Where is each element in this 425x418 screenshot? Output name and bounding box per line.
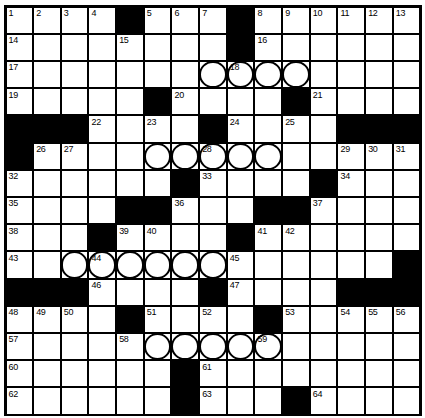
circle-marker xyxy=(171,143,199,170)
cell-r1c6[interactable]: 5 xyxy=(145,8,171,33)
cell-r10c1[interactable]: 43 xyxy=(7,252,33,277)
clue-number: 8 xyxy=(257,8,262,18)
clue-number: 49 xyxy=(36,307,45,317)
cell-r4c11-block xyxy=(283,89,309,114)
cell-r4c4[interactable] xyxy=(89,89,115,114)
circle-marker xyxy=(199,61,227,88)
cell-r5c9[interactable]: 24 xyxy=(228,116,254,141)
cell-r8c13[interactable] xyxy=(338,198,364,223)
cell-r5c12[interactable] xyxy=(311,116,337,141)
cell-r11c8-block xyxy=(200,280,226,305)
cell-r7c14[interactable] xyxy=(366,171,392,196)
cell-r1c9-block xyxy=(228,8,254,33)
cell-r5c1-block xyxy=(7,116,33,141)
cell-r2c8[interactable] xyxy=(200,35,226,60)
circle-marker xyxy=(199,251,227,278)
cell-r15c8[interactable]: 63 xyxy=(200,388,226,413)
clue-number: 3 xyxy=(64,8,69,18)
clue-number: 16 xyxy=(257,35,266,45)
cell-r3c1[interactable]: 17 xyxy=(7,62,33,87)
cell-r13c6[interactable] xyxy=(145,334,171,359)
cell-r5c3-block xyxy=(62,116,88,141)
clue-number: 6 xyxy=(174,8,179,18)
cell-r5c15-block xyxy=(394,116,420,141)
cell-r3c7[interactable] xyxy=(172,62,198,87)
cell-r8c3[interactable] xyxy=(62,198,88,223)
cell-r15c3[interactable] xyxy=(62,388,88,413)
circle-marker xyxy=(254,143,282,170)
cell-r7c2[interactable] xyxy=(34,171,60,196)
clue-number: 10 xyxy=(313,8,322,18)
cell-r13c5[interactable]: 58 xyxy=(117,334,143,359)
cell-r13c4[interactable] xyxy=(89,334,115,359)
cell-r10c11[interactable] xyxy=(283,252,309,277)
clue-number: 54 xyxy=(340,307,349,317)
cell-r12c10-block xyxy=(255,307,281,332)
cell-r15c13[interactable] xyxy=(338,388,364,413)
clue-number: 47 xyxy=(230,280,239,290)
cell-r11c7[interactable] xyxy=(172,280,198,305)
cell-r2c10[interactable]: 16 xyxy=(255,35,281,60)
cell-r3c3[interactable] xyxy=(62,62,88,87)
cell-r6c12[interactable] xyxy=(311,144,337,169)
clue-number: 18 xyxy=(230,62,239,72)
cell-r11c9[interactable]: 47 xyxy=(228,280,254,305)
cell-r1c7[interactable]: 6 xyxy=(172,8,198,33)
crossword-grid: 1234567891011121314151617181920212223242… xyxy=(4,5,422,416)
cell-r13c2[interactable] xyxy=(34,334,60,359)
cell-r2c12[interactable] xyxy=(311,35,337,60)
cell-r10c9[interactable]: 45 xyxy=(228,252,254,277)
clue-number: 30 xyxy=(368,144,377,154)
cell-r12c9[interactable] xyxy=(228,307,254,332)
cell-r15c2[interactable] xyxy=(34,388,60,413)
cell-r14c14[interactable] xyxy=(366,361,392,386)
cell-r13c13[interactable] xyxy=(338,334,364,359)
cell-r14c6[interactable] xyxy=(145,361,171,386)
cell-r6c11[interactable] xyxy=(283,144,309,169)
cell-r2c1[interactable]: 14 xyxy=(7,35,33,60)
cell-r4c15[interactable] xyxy=(394,89,420,114)
clue-number: 32 xyxy=(9,171,18,181)
clue-number: 1 xyxy=(9,8,14,18)
cell-r11c11[interactable] xyxy=(283,280,309,305)
cell-r7c12-block xyxy=(311,171,337,196)
cell-r15c6[interactable] xyxy=(145,388,171,413)
cell-r1c15[interactable]: 13 xyxy=(394,8,420,33)
cell-r6c6[interactable] xyxy=(145,144,171,169)
cell-r1c11[interactable]: 9 xyxy=(283,8,309,33)
cell-r11c4[interactable]: 46 xyxy=(89,280,115,305)
clue-number: 25 xyxy=(285,117,294,127)
cell-r1c3[interactable]: 3 xyxy=(62,8,88,33)
clue-number: 33 xyxy=(202,171,211,181)
cell-r6c3[interactable]: 27 xyxy=(62,144,88,169)
circle-marker xyxy=(171,251,199,278)
cell-r12c14[interactable]: 55 xyxy=(366,307,392,332)
cell-r4c7[interactable]: 20 xyxy=(172,89,198,114)
cell-r1c5-block xyxy=(117,8,143,33)
cell-r3c5[interactable] xyxy=(117,62,143,87)
cell-r11c3-block xyxy=(62,280,88,305)
clue-number: 14 xyxy=(9,35,18,45)
cell-r1c14[interactable]: 12 xyxy=(366,8,392,33)
cell-r8c10-block xyxy=(255,198,281,223)
cell-r7c15[interactable] xyxy=(394,171,420,196)
clue-number: 19 xyxy=(9,90,18,100)
cell-r8c12[interactable]: 37 xyxy=(311,198,337,223)
cell-r14c4[interactable] xyxy=(89,361,115,386)
cell-r9c14[interactable] xyxy=(366,225,392,250)
cell-r12c12[interactable] xyxy=(311,307,337,332)
cell-r12c6[interactable]: 51 xyxy=(145,307,171,332)
clue-number: 29 xyxy=(340,144,349,154)
clue-number: 11 xyxy=(340,8,349,18)
clue-number: 2 xyxy=(36,8,41,18)
cell-r6c1-block xyxy=(7,144,33,169)
circle-marker xyxy=(61,251,89,278)
clue-number: 15 xyxy=(119,35,128,45)
clue-number: 7 xyxy=(202,8,207,18)
cell-r3c2[interactable] xyxy=(34,62,60,87)
cell-r11c10[interactable] xyxy=(255,280,281,305)
cell-r1c10[interactable]: 8 xyxy=(255,8,281,33)
clue-number: 22 xyxy=(91,117,100,127)
cell-r7c1[interactable]: 32 xyxy=(7,171,33,196)
clue-number: 36 xyxy=(174,198,183,208)
cell-r7c5[interactable] xyxy=(117,171,143,196)
cell-r15c7-block xyxy=(172,388,198,413)
cell-r4c14[interactable] xyxy=(366,89,392,114)
clue-number: 20 xyxy=(174,90,183,100)
cell-r10c3[interactable] xyxy=(62,252,88,277)
cell-r5c6[interactable]: 23 xyxy=(145,116,171,141)
clue-number: 59 xyxy=(257,334,266,344)
clue-number: 50 xyxy=(64,307,73,317)
cell-r9c6[interactable]: 40 xyxy=(145,225,171,250)
clue-number: 43 xyxy=(9,253,18,263)
clue-number: 13 xyxy=(396,8,405,18)
cell-r2c13[interactable] xyxy=(338,35,364,60)
clue-number: 5 xyxy=(147,8,152,18)
clue-number: 53 xyxy=(285,307,294,317)
cell-r6c15[interactable]: 31 xyxy=(394,144,420,169)
clue-number: 56 xyxy=(396,307,405,317)
clue-number: 9 xyxy=(285,8,290,18)
clue-number: 41 xyxy=(257,226,266,236)
circle-marker xyxy=(144,143,172,170)
cell-r14c10[interactable] xyxy=(255,361,281,386)
cell-r8c2[interactable] xyxy=(34,198,60,223)
cell-r10c5[interactable] xyxy=(117,252,143,277)
cell-r4c3[interactable] xyxy=(62,89,88,114)
cell-r8c6-block xyxy=(145,198,171,223)
clue-number: 48 xyxy=(9,307,18,317)
cell-r7c13[interactable]: 34 xyxy=(338,171,364,196)
cell-r13c7[interactable] xyxy=(172,334,198,359)
cell-r7c9[interactable] xyxy=(228,171,254,196)
cell-r8c7[interactable]: 36 xyxy=(172,198,198,223)
cell-r12c7[interactable] xyxy=(172,307,198,332)
cell-r13c12[interactable] xyxy=(311,334,337,359)
cell-r14c15[interactable] xyxy=(394,361,420,386)
cell-r10c4[interactable]: 44 xyxy=(89,252,115,277)
clue-number: 62 xyxy=(9,389,18,399)
clue-number: 31 xyxy=(396,144,405,154)
cell-r15c10[interactable] xyxy=(255,388,281,413)
cell-r6c2[interactable]: 26 xyxy=(34,144,60,169)
cell-r5c14-block xyxy=(366,116,392,141)
cell-r4c6-block xyxy=(145,89,171,114)
cell-r12c8[interactable]: 52 xyxy=(200,307,226,332)
cell-r2c6[interactable] xyxy=(145,35,171,60)
cell-r8c14[interactable] xyxy=(366,198,392,223)
cell-r9c5[interactable]: 39 xyxy=(117,225,143,250)
cell-r7c4[interactable] xyxy=(89,171,115,196)
cell-r15c1[interactable]: 62 xyxy=(7,388,33,413)
cell-r2c9-block xyxy=(228,35,254,60)
cell-r10c2[interactable] xyxy=(34,252,60,277)
clue-number: 17 xyxy=(9,62,18,72)
cell-r14c8[interactable]: 61 xyxy=(200,361,226,386)
cell-r9c7[interactable] xyxy=(172,225,198,250)
clue-number: 60 xyxy=(9,362,18,372)
cell-r14c13[interactable] xyxy=(338,361,364,386)
cell-r14c3[interactable] xyxy=(62,361,88,386)
cell-r10c13[interactable] xyxy=(338,252,364,277)
cell-r5c13-block xyxy=(338,116,364,141)
clue-number: 46 xyxy=(91,280,100,290)
cell-r11c2-block xyxy=(34,280,60,305)
cell-r2c7[interactable] xyxy=(172,35,198,60)
clue-number: 61 xyxy=(202,362,211,372)
cell-r9c8[interactable] xyxy=(200,225,226,250)
clue-number: 34 xyxy=(340,171,349,181)
cell-r11c6[interactable] xyxy=(145,280,171,305)
cell-r8c5-block xyxy=(117,198,143,223)
cell-r4c1[interactable]: 19 xyxy=(7,89,33,114)
cell-r3c6[interactable] xyxy=(145,62,171,87)
cell-r12c4[interactable] xyxy=(89,307,115,332)
cell-r11c12[interactable] xyxy=(311,280,337,305)
cell-r4c13[interactable] xyxy=(338,89,364,114)
clue-number: 55 xyxy=(368,307,377,317)
cell-r9c9-block xyxy=(228,225,254,250)
clue-number: 52 xyxy=(202,307,211,317)
cell-r5c10[interactable] xyxy=(255,116,281,141)
cell-r2c3[interactable] xyxy=(62,35,88,60)
cell-r4c5[interactable] xyxy=(117,89,143,114)
cell-r10c12[interactable] xyxy=(311,252,337,277)
cell-r6c10[interactable] xyxy=(255,144,281,169)
cell-r11c15-block xyxy=(394,280,420,305)
cell-r14c9[interactable] xyxy=(228,361,254,386)
cell-r9c13[interactable] xyxy=(338,225,364,250)
cell-r9c12[interactable] xyxy=(311,225,337,250)
cell-r12c15[interactable]: 56 xyxy=(394,307,420,332)
cell-r15c14[interactable] xyxy=(366,388,392,413)
cell-r9c3[interactable] xyxy=(62,225,88,250)
cell-r3c13[interactable] xyxy=(338,62,364,87)
cell-r6c5[interactable] xyxy=(117,144,143,169)
cell-r8c4[interactable] xyxy=(89,198,115,223)
cell-r2c15[interactable] xyxy=(394,35,420,60)
clue-number: 38 xyxy=(9,226,18,236)
cell-r10c6[interactable] xyxy=(145,252,171,277)
cell-r5c5[interactable] xyxy=(117,116,143,141)
cell-r9c4-block xyxy=(89,225,115,250)
cell-r13c1[interactable]: 57 xyxy=(7,334,33,359)
cell-r2c2[interactable] xyxy=(34,35,60,60)
clue-number: 21 xyxy=(313,90,322,100)
cell-r13c3[interactable] xyxy=(62,334,88,359)
cell-r5c8-block xyxy=(200,116,226,141)
cell-r5c7[interactable] xyxy=(172,116,198,141)
cell-r10c15-block xyxy=(394,252,420,277)
cell-r6c13[interactable]: 29 xyxy=(338,144,364,169)
cell-r12c3[interactable]: 50 xyxy=(62,307,88,332)
cell-r15c15[interactable] xyxy=(394,388,420,413)
cell-r3c4[interactable] xyxy=(89,62,115,87)
cell-r3c10[interactable] xyxy=(255,62,281,87)
cell-r14c11[interactable] xyxy=(283,361,309,386)
clue-number: 12 xyxy=(368,8,377,18)
cell-r10c8[interactable] xyxy=(200,252,226,277)
cell-r6c9[interactable] xyxy=(228,144,254,169)
clue-number: 64 xyxy=(313,389,322,399)
circle-marker xyxy=(282,61,310,88)
cell-r12c11[interactable]: 53 xyxy=(283,307,309,332)
cell-r1c12[interactable]: 10 xyxy=(311,8,337,33)
cell-r2c14[interactable] xyxy=(366,35,392,60)
cell-r3c12[interactable] xyxy=(311,62,337,87)
cell-r4c12[interactable]: 21 xyxy=(311,89,337,114)
cell-r2c11[interactable] xyxy=(283,35,309,60)
cell-r9c1[interactable]: 38 xyxy=(7,225,33,250)
cell-r7c10[interactable] xyxy=(255,171,281,196)
circle-marker xyxy=(199,333,227,360)
cell-r1c8[interactable]: 7 xyxy=(200,8,226,33)
cell-r13c9[interactable] xyxy=(228,334,254,359)
cell-r1c4[interactable]: 4 xyxy=(89,8,115,33)
cell-r11c5[interactable] xyxy=(117,280,143,305)
clue-number: 35 xyxy=(9,198,18,208)
cell-r9c11[interactable]: 42 xyxy=(283,225,309,250)
cell-r6c4[interactable] xyxy=(89,144,115,169)
circle-marker xyxy=(171,333,199,360)
circle-marker xyxy=(227,143,255,170)
cell-r4c2[interactable] xyxy=(34,89,60,114)
cell-r9c15[interactable] xyxy=(394,225,420,250)
cell-r2c5[interactable]: 15 xyxy=(117,35,143,60)
cell-r15c5[interactable] xyxy=(117,388,143,413)
cell-r8c15[interactable] xyxy=(394,198,420,223)
cell-r5c11[interactable]: 25 xyxy=(283,116,309,141)
clue-number: 57 xyxy=(9,334,18,344)
cell-r9c2[interactable] xyxy=(34,225,60,250)
circle-marker xyxy=(144,333,172,360)
cell-r7c3[interactable] xyxy=(62,171,88,196)
clue-number: 44 xyxy=(91,253,100,263)
cell-r6c8[interactable]: 28 xyxy=(200,144,226,169)
cell-r7c8[interactable]: 33 xyxy=(200,171,226,196)
cell-r12c5-block xyxy=(117,307,143,332)
clue-number: 51 xyxy=(147,307,156,317)
cell-r3c15[interactable] xyxy=(394,62,420,87)
cell-r3c14[interactable] xyxy=(366,62,392,87)
cell-r3c9[interactable]: 18 xyxy=(228,62,254,87)
cell-r2c4[interactable] xyxy=(89,35,115,60)
clue-number: 42 xyxy=(285,226,294,236)
cell-r1c2[interactable]: 2 xyxy=(34,8,60,33)
cell-r8c8[interactable] xyxy=(200,198,226,223)
cell-r8c1[interactable]: 35 xyxy=(7,198,33,223)
cell-r7c7-block xyxy=(172,171,198,196)
cell-r15c9[interactable] xyxy=(228,388,254,413)
crossword-board: 1234567891011121314151617181920212223242… xyxy=(0,0,425,418)
cell-r13c14[interactable] xyxy=(366,334,392,359)
clue-number: 26 xyxy=(36,144,45,154)
cell-r12c2[interactable]: 49 xyxy=(34,307,60,332)
cell-r1c1[interactable]: 1 xyxy=(7,8,33,33)
clue-number: 63 xyxy=(202,389,211,399)
circle-marker xyxy=(116,251,144,278)
cell-r5c4[interactable]: 22 xyxy=(89,116,115,141)
cell-r14c7-block xyxy=(172,361,198,386)
cell-r12c13[interactable]: 54 xyxy=(338,307,364,332)
cell-r13c10[interactable]: 59 xyxy=(255,334,281,359)
cell-r1c13[interactable]: 11 xyxy=(338,8,364,33)
cell-r7c11[interactable] xyxy=(283,171,309,196)
cell-r4c8[interactable] xyxy=(200,89,226,114)
cell-r14c1[interactable]: 60 xyxy=(7,361,33,386)
cell-r3c11[interactable] xyxy=(283,62,309,87)
cell-r12c1[interactable]: 48 xyxy=(7,307,33,332)
cell-r15c12[interactable]: 64 xyxy=(311,388,337,413)
cell-r6c14[interactable]: 30 xyxy=(366,144,392,169)
cell-r8c11-block xyxy=(283,198,309,223)
clue-number: 27 xyxy=(64,144,73,154)
cell-r4c9[interactable] xyxy=(228,89,254,114)
cell-r10c7[interactable] xyxy=(172,252,198,277)
cell-r13c8[interactable] xyxy=(200,334,226,359)
clue-number: 45 xyxy=(230,253,239,263)
cell-r15c11-block xyxy=(283,388,309,413)
cell-r10c14[interactable] xyxy=(366,252,392,277)
cell-r7c6[interactable] xyxy=(145,171,171,196)
clue-number: 23 xyxy=(147,117,156,127)
cell-r11c13-block xyxy=(338,280,364,305)
cell-r14c2[interactable] xyxy=(34,361,60,386)
cell-r15c4[interactable] xyxy=(89,388,115,413)
cell-r9c10[interactable]: 41 xyxy=(255,225,281,250)
cell-r5c2-block xyxy=(34,116,60,141)
cell-r13c15[interactable] xyxy=(394,334,420,359)
cell-r14c5[interactable] xyxy=(117,361,143,386)
cell-r10c10[interactable] xyxy=(255,252,281,277)
cell-r4c10[interactable] xyxy=(255,89,281,114)
cell-r6c7[interactable] xyxy=(172,144,198,169)
cell-r8c9[interactable] xyxy=(228,198,254,223)
circle-marker xyxy=(254,61,282,88)
cell-r3c8[interactable] xyxy=(200,62,226,87)
cell-r14c12[interactable] xyxy=(311,361,337,386)
clue-number: 40 xyxy=(147,226,156,236)
cell-r13c11[interactable] xyxy=(283,334,309,359)
circle-marker xyxy=(144,251,172,278)
clue-number: 37 xyxy=(313,198,322,208)
clue-number: 39 xyxy=(119,226,128,236)
